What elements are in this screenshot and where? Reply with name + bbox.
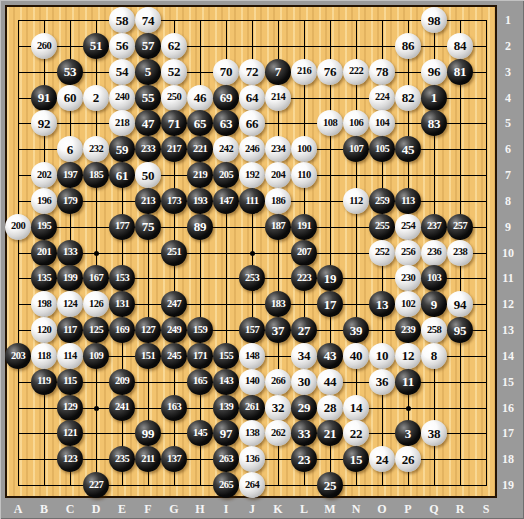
move-number: 145	[193, 428, 207, 439]
stone-white-8-Q14: 8	[421, 343, 447, 369]
row-label-10: 10	[499, 247, 517, 259]
col-label-D: D	[88, 503, 104, 515]
move-number: 75	[142, 220, 155, 233]
move-number: 59	[116, 143, 129, 156]
move-number: 254	[401, 221, 415, 232]
move-number: 143	[219, 376, 233, 387]
row-label-7: 7	[499, 169, 517, 181]
stone-white-26-P18: 26	[395, 446, 421, 472]
move-number: 256	[401, 247, 415, 258]
move-number: 6	[67, 143, 73, 156]
move-number: 22	[350, 427, 363, 440]
move-number: 185	[89, 170, 103, 181]
move-number: 265	[219, 480, 233, 491]
stone-white-198-B12: 198	[31, 291, 57, 317]
move-number: 12	[402, 349, 415, 362]
stone-black-239-P13: 239	[395, 317, 421, 343]
stone-white-240-E4: 240	[109, 85, 135, 111]
move-number: 33	[298, 427, 311, 440]
stone-black-159-H13: 159	[187, 317, 213, 343]
stone-black-247-G12: 247	[161, 291, 187, 317]
move-number: 111	[245, 196, 258, 207]
move-number: 165	[193, 376, 207, 387]
move-number: 103	[427, 273, 441, 284]
move-number: 216	[297, 66, 311, 77]
move-number: 207	[297, 247, 311, 258]
stone-black-7-K3: 7	[265, 59, 291, 85]
stone-white-72-J3: 72	[239, 59, 265, 85]
stone-black-219-H7: 219	[187, 162, 213, 188]
row-label-15: 15	[499, 376, 517, 388]
move-number: 202	[37, 170, 51, 181]
move-number: 107	[349, 144, 363, 155]
stone-white-102-P12: 102	[395, 291, 421, 317]
row-label-9: 9	[499, 221, 517, 233]
move-number: 84	[454, 39, 467, 52]
row-label-13: 13	[499, 324, 517, 336]
move-number: 44	[324, 375, 337, 388]
stone-black-255-O9: 255	[369, 214, 395, 240]
col-label-A: A	[10, 503, 26, 515]
move-number: 125	[89, 325, 103, 336]
stone-black-185-D7: 185	[83, 162, 109, 188]
stone-black-125-D13: 125	[83, 317, 109, 343]
stone-black-13-O12: 13	[369, 291, 395, 317]
move-number: 167	[89, 273, 103, 284]
stone-white-96-Q3: 96	[421, 59, 447, 85]
stone-white-222-N3: 222	[343, 59, 369, 85]
stone-black-61-E7: 61	[109, 162, 135, 188]
row-label-14: 14	[499, 350, 517, 362]
stone-black-147-I8: 147	[213, 188, 239, 214]
stone-white-94-R12: 94	[447, 291, 473, 317]
stone-white-112-N8: 112	[343, 188, 369, 214]
move-number: 13	[376, 298, 389, 311]
move-number: 247	[167, 299, 181, 310]
row-label-12: 12	[499, 298, 517, 310]
move-number: 51	[90, 39, 103, 52]
stone-white-52-G3: 52	[161, 59, 187, 85]
stone-black-217-G6: 217	[161, 136, 187, 162]
stone-white-82-P4: 82	[395, 85, 421, 111]
move-number: 196	[37, 196, 51, 207]
move-number: 259	[375, 196, 389, 207]
move-number: 245	[167, 351, 181, 362]
move-number: 129	[63, 402, 77, 413]
move-number: 221	[193, 144, 207, 155]
move-number: 70	[220, 65, 233, 78]
move-number: 257	[453, 221, 467, 232]
stone-white-2-D4: 2	[83, 85, 109, 111]
move-number: 1	[431, 91, 437, 104]
stone-white-120-B13: 120	[31, 317, 57, 343]
move-number: 102	[401, 299, 415, 310]
move-number: 260	[37, 41, 51, 52]
move-number: 54	[116, 65, 129, 78]
move-number: 199	[63, 273, 77, 284]
move-number: 60	[64, 91, 77, 104]
move-number: 264	[245, 480, 259, 491]
move-number: 179	[63, 196, 77, 207]
stone-white-98-Q1: 98	[421, 7, 447, 33]
move-number: 121	[63, 428, 77, 439]
move-number: 56	[116, 39, 129, 52]
stone-black-207-L10: 207	[291, 240, 317, 266]
move-number: 11	[402, 375, 414, 388]
move-number: 106	[349, 118, 363, 129]
stone-white-74-F1: 74	[135, 7, 161, 33]
move-number: 34	[298, 349, 311, 362]
col-label-P: P	[400, 503, 416, 515]
move-number: 98	[428, 14, 441, 27]
move-number: 113	[401, 196, 415, 207]
move-number: 139	[219, 402, 233, 413]
stone-black-89-H9: 89	[187, 214, 213, 240]
move-number: 137	[167, 454, 181, 465]
move-number: 138	[245, 428, 259, 439]
move-number: 249	[167, 325, 181, 336]
stone-white-266-K15: 266	[265, 369, 291, 395]
stone-white-258-Q13: 258	[421, 317, 447, 343]
move-number: 187	[271, 221, 285, 232]
stone-black-227-D19: 227	[83, 472, 109, 498]
move-number: 140	[245, 376, 259, 387]
move-number: 5	[145, 65, 151, 78]
move-number: 45	[402, 143, 415, 156]
stone-black-201-B10: 201	[31, 240, 57, 266]
stone-black-235-E18: 235	[109, 446, 135, 472]
col-label-H: H	[192, 503, 208, 515]
stone-black-139-I16: 139	[213, 395, 239, 421]
stone-black-205-I7: 205	[213, 162, 239, 188]
move-number: 37	[272, 324, 285, 337]
move-number: 251	[167, 247, 181, 258]
move-number: 104	[375, 118, 389, 129]
stone-white-10-O14: 10	[369, 343, 395, 369]
stone-black-25-M19: 25	[317, 472, 343, 498]
move-number: 82	[402, 91, 415, 104]
move-number: 39	[350, 324, 363, 337]
move-number: 47	[142, 117, 155, 130]
stone-black-105-O6: 105	[369, 136, 395, 162]
move-number: 157	[245, 325, 259, 336]
stone-black-195-B9: 195	[31, 214, 57, 240]
move-number: 197	[63, 170, 77, 181]
move-number: 100	[297, 144, 311, 155]
move-number: 135	[37, 273, 51, 284]
stone-black-9-Q12: 9	[421, 291, 447, 317]
stone-white-86-P2: 86	[395, 33, 421, 59]
row-label-3: 3	[499, 66, 517, 78]
row-label-18: 18	[499, 453, 517, 465]
stone-black-129-C16: 129	[57, 395, 83, 421]
move-number: 233	[141, 144, 155, 155]
move-number: 155	[219, 351, 233, 362]
move-number: 97	[220, 427, 233, 440]
move-number: 193	[193, 196, 207, 207]
move-number: 115	[63, 376, 77, 387]
stone-white-60-C4: 60	[57, 85, 83, 111]
stone-white-14-N16: 14	[343, 395, 369, 421]
stone-white-236-Q10: 236	[421, 240, 447, 266]
move-number: 81	[454, 65, 467, 78]
stone-black-57-F2: 57	[135, 33, 161, 59]
move-number: 30	[298, 375, 311, 388]
move-number: 109	[89, 351, 103, 362]
stone-white-84-R2: 84	[447, 33, 473, 59]
stone-black-241-E16: 241	[109, 395, 135, 421]
move-number: 177	[115, 221, 129, 232]
stone-white-30-L15: 30	[291, 369, 317, 395]
stone-white-56-E2: 56	[109, 33, 135, 59]
stone-white-242-I6: 242	[213, 136, 239, 162]
move-number: 66	[246, 117, 259, 130]
go-board-window: 5874982605156576286845354552707272167622…	[0, 0, 524, 519]
col-label-J: J	[244, 503, 260, 515]
move-number: 261	[245, 402, 259, 413]
col-label-N: N	[348, 503, 364, 515]
stone-white-50-F7: 50	[135, 162, 161, 188]
stone-black-155-I14: 155	[213, 343, 239, 369]
move-number: 214	[271, 92, 285, 103]
move-number: 15	[350, 453, 363, 466]
stone-black-17-M12: 17	[317, 291, 343, 317]
stone-white-110-L7: 110	[291, 162, 317, 188]
move-number: 191	[297, 221, 311, 232]
col-label-C: C	[62, 503, 78, 515]
stone-black-75-F9: 75	[135, 214, 161, 240]
row-label-16: 16	[499, 402, 517, 414]
move-number: 65	[194, 117, 207, 130]
move-number: 234	[271, 144, 285, 155]
star-point-D16	[94, 406, 99, 411]
stone-black-169-E13: 169	[109, 317, 135, 343]
move-number: 198	[37, 299, 51, 310]
move-number: 242	[219, 144, 233, 155]
star-point-P16	[406, 406, 411, 411]
move-number: 96	[428, 65, 441, 78]
stone-black-263-I18: 263	[213, 446, 239, 472]
stone-black-45-P6: 45	[395, 136, 421, 162]
stone-white-114-C14: 114	[57, 343, 83, 369]
stone-black-1-Q4: 1	[421, 85, 447, 111]
row-label-2: 2	[499, 40, 517, 52]
move-number: 71	[168, 117, 181, 130]
move-number: 119	[37, 376, 51, 387]
row-label-19: 19	[499, 479, 517, 491]
stone-white-140-J15: 140	[239, 369, 265, 395]
move-number: 17	[324, 298, 337, 311]
stone-black-179-C8: 179	[57, 188, 83, 214]
move-number: 217	[167, 144, 181, 155]
row-label-4: 4	[499, 92, 517, 104]
move-number: 83	[428, 117, 441, 130]
move-number: 32	[272, 401, 285, 414]
move-number: 57	[142, 39, 155, 52]
stone-white-216-L3: 216	[291, 59, 317, 85]
move-number: 255	[375, 221, 389, 232]
move-number: 153	[115, 273, 129, 284]
stone-white-32-K16: 32	[265, 395, 291, 421]
move-number: 227	[89, 480, 103, 491]
stone-black-221-H6: 221	[187, 136, 213, 162]
move-number: 64	[246, 91, 259, 104]
stone-black-23-L18: 23	[291, 446, 317, 472]
move-number: 205	[219, 170, 233, 181]
stone-black-115-C15: 115	[57, 369, 83, 395]
stone-black-183-K12: 183	[265, 291, 291, 317]
move-number: 211	[141, 454, 155, 465]
move-number: 117	[63, 325, 77, 336]
stone-black-213-F8: 213	[135, 188, 161, 214]
stone-white-44-M15: 44	[317, 369, 343, 395]
stone-white-40-N14: 40	[343, 343, 369, 369]
col-label-S: S	[478, 503, 494, 515]
stone-white-256-P10: 256	[395, 240, 421, 266]
move-number: 26	[402, 453, 415, 466]
stone-white-264-J19: 264	[239, 472, 265, 498]
move-number: 53	[64, 65, 77, 78]
col-label-G: G	[166, 503, 182, 515]
move-number: 69	[220, 91, 233, 104]
stone-black-193-H8: 193	[187, 188, 213, 214]
move-number: 246	[245, 144, 259, 155]
move-number: 76	[324, 65, 337, 78]
move-number: 58	[116, 14, 129, 27]
stone-white-36-O15: 36	[369, 369, 395, 395]
stone-white-6-C6: 6	[57, 136, 83, 162]
move-number: 127	[141, 325, 155, 336]
move-number: 25	[324, 479, 337, 492]
move-number: 118	[37, 351, 51, 362]
move-number: 52	[168, 65, 181, 78]
stone-black-265-I19: 265	[213, 472, 239, 498]
move-number: 250	[167, 92, 181, 103]
move-number: 236	[427, 247, 441, 258]
stone-black-59-E6: 59	[109, 136, 135, 162]
move-number: 201	[37, 247, 51, 258]
move-number: 3	[405, 427, 411, 440]
stone-white-64-J4: 64	[239, 85, 265, 111]
stone-black-133-C10: 133	[57, 240, 83, 266]
move-number: 240	[115, 92, 129, 103]
move-number: 46	[194, 91, 207, 104]
move-number: 241	[115, 402, 129, 413]
move-number: 209	[115, 376, 129, 387]
stone-white-254-P9: 254	[395, 214, 421, 240]
move-number: 24	[376, 453, 389, 466]
stone-white-252-O10: 252	[369, 240, 395, 266]
grid-line-vertical-S	[486, 20, 487, 486]
row-label-6: 6	[499, 143, 517, 155]
stone-white-62-G2: 62	[161, 33, 187, 59]
move-number: 253	[245, 273, 259, 284]
move-number: 192	[245, 170, 259, 181]
move-number: 40	[350, 349, 363, 362]
stone-black-137-G18: 137	[161, 446, 187, 472]
move-number: 262	[271, 428, 285, 439]
stone-white-214-K4: 214	[265, 85, 291, 111]
stone-white-118-B14: 118	[31, 343, 57, 369]
move-number: 78	[376, 65, 389, 78]
row-label-17: 17	[499, 427, 517, 439]
move-number: 72	[246, 65, 259, 78]
move-number: 61	[116, 169, 129, 182]
move-number: 36	[376, 375, 389, 388]
stone-black-109-D14: 109	[83, 343, 109, 369]
move-number: 124	[63, 299, 77, 310]
stone-white-250-G4: 250	[161, 85, 187, 111]
stone-black-51-D2: 51	[83, 33, 109, 59]
move-number: 237	[427, 221, 441, 232]
stone-white-100-L6: 100	[291, 136, 317, 162]
stone-black-157-J13: 157	[239, 317, 265, 343]
move-number: 10	[376, 349, 389, 362]
stone-black-27-L13: 27	[291, 317, 317, 343]
stone-white-70-I3: 70	[213, 59, 239, 85]
move-number: 123	[63, 454, 77, 465]
stone-black-245-G14: 245	[161, 343, 187, 369]
row-label-8: 8	[499, 195, 517, 207]
stone-white-238-R10: 238	[447, 240, 473, 266]
stone-white-202-B7: 202	[31, 162, 57, 188]
row-label-1: 1	[499, 14, 517, 26]
stone-white-34-L14: 34	[291, 343, 317, 369]
move-number: 99	[142, 427, 155, 440]
stone-white-192-J7: 192	[239, 162, 265, 188]
move-number: 108	[323, 118, 337, 129]
move-number: 195	[37, 221, 51, 232]
stone-white-246-J6: 246	[239, 136, 265, 162]
move-number: 120	[37, 325, 51, 336]
move-number: 29	[298, 401, 311, 414]
stone-black-81-R3: 81	[447, 59, 473, 85]
move-number: 105	[375, 144, 389, 155]
move-number: 131	[115, 299, 129, 310]
move-number: 2	[93, 91, 99, 104]
stone-black-249-G13: 249	[161, 317, 187, 343]
row-label-5: 5	[499, 117, 517, 129]
stone-black-11-P15: 11	[395, 369, 421, 395]
star-point-J10	[250, 251, 255, 256]
stone-white-232-D6: 232	[83, 136, 109, 162]
stone-black-237-Q9: 237	[421, 214, 447, 240]
move-number: 114	[63, 351, 77, 362]
move-number: 38	[428, 427, 441, 440]
move-number: 62	[168, 39, 181, 52]
move-number: 218	[115, 118, 129, 129]
move-number: 159	[193, 325, 207, 336]
col-label-E: E	[114, 503, 130, 515]
col-label-B: B	[36, 503, 52, 515]
stone-black-39-N13: 39	[343, 317, 369, 343]
move-number: 230	[401, 273, 415, 284]
stone-black-15-N18: 15	[343, 446, 369, 472]
stone-black-203-A14: 203	[5, 343, 31, 369]
move-number: 19	[324, 272, 337, 285]
move-number: 9	[431, 298, 437, 311]
move-number: 21	[324, 427, 337, 440]
move-number: 112	[349, 196, 363, 207]
stone-black-211-F18: 211	[135, 446, 161, 472]
move-number: 63	[220, 117, 233, 130]
stone-white-200-A9: 200	[5, 214, 31, 240]
move-number: 55	[142, 91, 155, 104]
move-number: 7	[275, 65, 281, 78]
col-label-R: R	[452, 503, 468, 515]
stone-black-69-I4: 69	[213, 85, 239, 111]
stone-white-260-B2: 260	[31, 33, 57, 59]
